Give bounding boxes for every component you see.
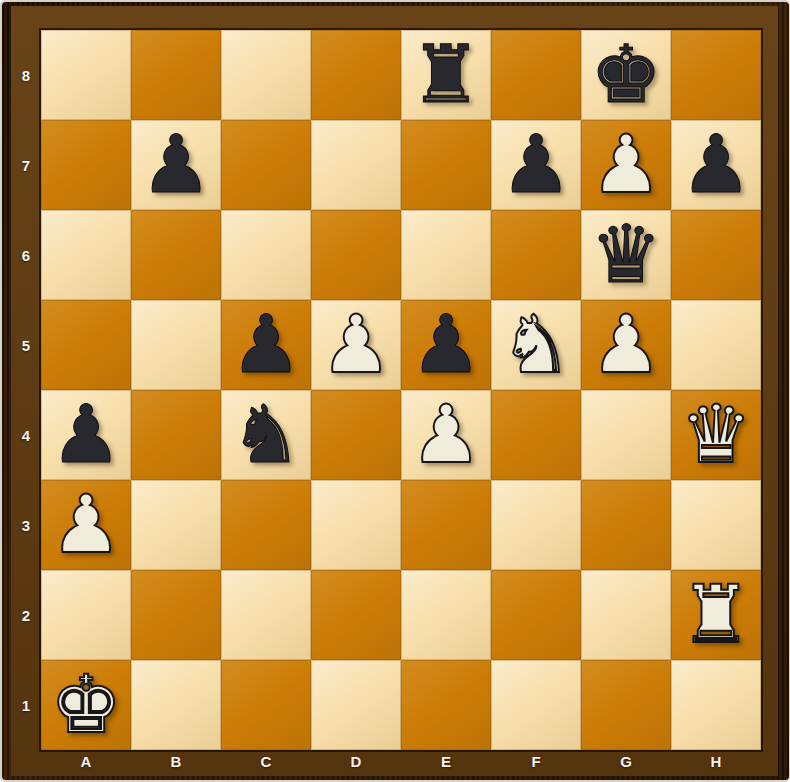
rank-label-1: 1	[11, 660, 41, 750]
square-e7[interactable]	[401, 120, 491, 210]
rank-label-6: 6	[11, 210, 41, 300]
square-e4[interactable]: ♟	[401, 390, 491, 480]
square-e3[interactable]	[401, 480, 491, 570]
piece-white-king-a1[interactable]: ♚	[50, 665, 122, 745]
rank-label-2: 2	[11, 570, 41, 660]
piece-white-pawn-g5[interactable]: ♟	[590, 305, 662, 385]
square-g6[interactable]: ♛	[581, 210, 671, 300]
piece-black-rook-e8[interactable]: ♜	[410, 35, 482, 115]
square-c7[interactable]	[221, 120, 311, 210]
rank-label-7: 7	[11, 120, 41, 210]
square-f7[interactable]: ♟	[491, 120, 581, 210]
square-d3[interactable]	[311, 480, 401, 570]
square-b1[interactable]	[131, 660, 221, 750]
piece-black-queen-g6[interactable]: ♛	[590, 215, 662, 295]
rank-label-8: 8	[11, 30, 41, 120]
piece-white-pawn-g7[interactable]: ♟	[590, 125, 662, 205]
square-b7[interactable]: ♟	[131, 120, 221, 210]
square-g1[interactable]	[581, 660, 671, 750]
rank-label-4: 4	[11, 390, 41, 480]
square-b8[interactable]	[131, 30, 221, 120]
square-d4[interactable]	[311, 390, 401, 480]
square-c1[interactable]	[221, 660, 311, 750]
chess-board: ♜♚♟♟♟♟♛♟♟♟♞♟♟♞♟♛♟♜♚	[41, 30, 761, 750]
piece-black-pawn-b7[interactable]: ♟	[140, 125, 212, 205]
square-h5[interactable]	[671, 300, 761, 390]
square-e6[interactable]	[401, 210, 491, 300]
square-a1[interactable]: ♚	[41, 660, 131, 750]
piece-white-knight-f5[interactable]: ♞	[500, 305, 572, 385]
file-label-c: C	[221, 750, 311, 772]
square-f8[interactable]	[491, 30, 581, 120]
square-c5[interactable]: ♟	[221, 300, 311, 390]
square-h8[interactable]	[671, 30, 761, 120]
square-a4[interactable]: ♟	[41, 390, 131, 480]
file-label-f: F	[491, 750, 581, 772]
square-h2[interactable]: ♜	[671, 570, 761, 660]
square-b6[interactable]	[131, 210, 221, 300]
square-e8[interactable]: ♜	[401, 30, 491, 120]
square-f5[interactable]: ♞	[491, 300, 581, 390]
square-h7[interactable]: ♟	[671, 120, 761, 210]
square-g3[interactable]	[581, 480, 671, 570]
file-label-a: A	[41, 750, 131, 772]
piece-black-pawn-e5[interactable]: ♟	[410, 305, 482, 385]
square-g8[interactable]: ♚	[581, 30, 671, 120]
square-g5[interactable]: ♟	[581, 300, 671, 390]
square-f3[interactable]	[491, 480, 581, 570]
square-h1[interactable]	[671, 660, 761, 750]
square-c3[interactable]	[221, 480, 311, 570]
square-b5[interactable]	[131, 300, 221, 390]
square-c4[interactable]: ♞	[221, 390, 311, 480]
piece-black-pawn-a4[interactable]: ♟	[50, 395, 122, 475]
square-d2[interactable]	[311, 570, 401, 660]
square-g7[interactable]: ♟	[581, 120, 671, 210]
rank-label-5: 5	[11, 300, 41, 390]
piece-white-pawn-d5[interactable]: ♟	[320, 305, 392, 385]
piece-black-pawn-f7[interactable]: ♟	[500, 125, 572, 205]
piece-white-pawn-e4[interactable]: ♟	[410, 395, 482, 475]
rank-label-3: 3	[11, 480, 41, 570]
square-h6[interactable]	[671, 210, 761, 300]
square-e1[interactable]	[401, 660, 491, 750]
square-a2[interactable]	[41, 570, 131, 660]
piece-black-knight-c4[interactable]: ♞	[230, 395, 302, 475]
board-frame: ♜♚♟♟♟♟♛♟♟♟♞♟♟♞♟♛♟♜♚ 87654321ABCDEFGH	[11, 6, 778, 776]
piece-white-rook-h2[interactable]: ♜	[680, 575, 752, 655]
piece-black-pawn-c5[interactable]: ♟	[230, 305, 302, 385]
square-h3[interactable]	[671, 480, 761, 570]
square-d8[interactable]	[311, 30, 401, 120]
square-c8[interactable]	[221, 30, 311, 120]
square-f4[interactable]	[491, 390, 581, 480]
square-d5[interactable]: ♟	[311, 300, 401, 390]
square-c2[interactable]	[221, 570, 311, 660]
square-h4[interactable]: ♛	[671, 390, 761, 480]
file-label-g: G	[581, 750, 671, 772]
file-label-d: D	[311, 750, 401, 772]
file-label-h: H	[671, 750, 761, 772]
square-a3[interactable]: ♟	[41, 480, 131, 570]
square-d6[interactable]	[311, 210, 401, 300]
piece-black-king-g8[interactable]: ♚	[590, 35, 662, 115]
square-a5[interactable]	[41, 300, 131, 390]
piece-black-pawn-h7[interactable]: ♟	[680, 125, 752, 205]
square-a8[interactable]	[41, 30, 131, 120]
file-label-e: E	[401, 750, 491, 772]
square-f6[interactable]	[491, 210, 581, 300]
piece-white-pawn-a3[interactable]: ♟	[50, 485, 122, 565]
square-b2[interactable]	[131, 570, 221, 660]
square-b3[interactable]	[131, 480, 221, 570]
square-a7[interactable]	[41, 120, 131, 210]
file-label-b: B	[131, 750, 221, 772]
square-g4[interactable]	[581, 390, 671, 480]
square-d7[interactable]	[311, 120, 401, 210]
square-g2[interactable]	[581, 570, 671, 660]
square-a6[interactable]	[41, 210, 131, 300]
piece-white-queen-h4[interactable]: ♛	[680, 395, 752, 475]
square-e2[interactable]	[401, 570, 491, 660]
square-b4[interactable]	[131, 390, 221, 480]
square-d1[interactable]	[311, 660, 401, 750]
square-e5[interactable]: ♟	[401, 300, 491, 390]
square-c6[interactable]	[221, 210, 311, 300]
square-f1[interactable]	[491, 660, 581, 750]
square-f2[interactable]	[491, 570, 581, 660]
chess-diagram: ♜♚♟♟♟♟♛♟♟♟♞♟♟♞♟♛♟♜♚ 87654321ABCDEFGH	[0, 0, 790, 782]
